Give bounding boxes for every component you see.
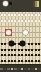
black-territory-mark bbox=[31, 49, 33, 51]
black-stone bbox=[20, 41, 25, 46]
black-territory-mark bbox=[4, 60, 6, 62]
black-territory-mark bbox=[18, 60, 20, 62]
black-territory-mark bbox=[21, 49, 23, 51]
white-stone-icon bbox=[3, 1, 8, 6]
white-territory-mark bbox=[38, 20, 40, 22]
black-territory-mark bbox=[4, 49, 6, 51]
black-territory-mark bbox=[28, 43, 30, 45]
black-territory-mark bbox=[1, 60, 3, 62]
white-territory-mark bbox=[28, 20, 30, 22]
black-territory-mark bbox=[8, 54, 10, 56]
white-territory-mark bbox=[21, 14, 23, 16]
toolbar-tile[interactable] bbox=[18, 68, 21, 71]
white-territory-mark bbox=[25, 20, 27, 22]
white-territory-mark bbox=[28, 14, 30, 16]
black-territory-mark bbox=[18, 49, 20, 51]
black-territory-mark bbox=[38, 54, 40, 56]
toolbar-tile[interactable] bbox=[11, 68, 14, 71]
white-territory-mark bbox=[4, 14, 6, 16]
white-territory-mark bbox=[35, 20, 37, 22]
white-territory-mark bbox=[38, 14, 40, 16]
white-territory-mark bbox=[14, 20, 16, 22]
black-territory-mark bbox=[14, 43, 16, 45]
toolbar-tile[interactable] bbox=[4, 68, 7, 71]
black-territory-mark bbox=[4, 43, 6, 45]
black-territory-mark bbox=[8, 49, 10, 51]
white-territory-mark bbox=[31, 20, 33, 22]
white-territory-mark bbox=[1, 14, 3, 16]
white-territory-mark bbox=[18, 14, 20, 16]
black-territory-mark bbox=[1, 43, 3, 45]
black-territory-mark bbox=[38, 43, 40, 45]
black-territory-mark bbox=[28, 60, 30, 62]
black-territory-mark bbox=[25, 54, 27, 56]
black-territory-mark bbox=[1, 49, 3, 51]
black-territory-mark bbox=[31, 60, 33, 62]
black-territory-mark bbox=[11, 49, 13, 51]
black-territory-mark bbox=[14, 54, 16, 56]
toolbar-tile[interactable] bbox=[24, 68, 27, 71]
board-intersection[interactable] bbox=[21, 41, 24, 47]
white-territory-mark bbox=[4, 20, 6, 22]
black-territory-mark bbox=[35, 49, 37, 51]
white-stone bbox=[6, 30, 11, 35]
black-territory-mark bbox=[18, 54, 20, 56]
black-territory-mark bbox=[11, 60, 13, 62]
black-territory-mark bbox=[35, 54, 37, 56]
black-territory-mark bbox=[21, 54, 23, 56]
board-intersection[interactable] bbox=[24, 29, 27, 35]
toolbar-tile[interactable] bbox=[31, 68, 34, 71]
white-stone bbox=[23, 30, 28, 35]
toolbar-tile[interactable] bbox=[21, 68, 24, 71]
black-territory-mark bbox=[11, 54, 13, 56]
white-territory-mark bbox=[35, 14, 37, 16]
black-territory-mark bbox=[14, 60, 16, 62]
cup-icon[interactable] bbox=[19, 1, 22, 6]
white-territory-mark bbox=[11, 14, 13, 16]
toolbar-tile[interactable] bbox=[7, 68, 10, 71]
toolbar-tile[interactable] bbox=[14, 68, 17, 71]
white-territory-mark bbox=[8, 14, 10, 16]
white-territory-mark bbox=[18, 20, 20, 22]
black-territory-mark bbox=[25, 60, 27, 62]
white-territory-mark bbox=[8, 20, 10, 22]
book-icon-pages bbox=[37, 1, 39, 7]
white-territory-mark bbox=[31, 14, 33, 16]
toolbar-tile[interactable] bbox=[28, 68, 31, 71]
black-territory-mark bbox=[31, 43, 33, 45]
white-territory-mark bbox=[25, 14, 27, 16]
black-territory-mark bbox=[14, 49, 16, 51]
white-territory-mark bbox=[1, 20, 3, 22]
black-territory-mark bbox=[28, 54, 30, 56]
black-territory-mark bbox=[31, 54, 33, 56]
black-stone-icon bbox=[9, 2, 12, 5]
black-territory-mark bbox=[28, 49, 30, 51]
bottom-toolbar bbox=[0, 64, 41, 72]
toolbar-tile[interactable] bbox=[38, 68, 41, 71]
white-territory-mark bbox=[21, 20, 23, 22]
black-territory-mark bbox=[38, 60, 40, 62]
toolbar-tile[interactable] bbox=[0, 68, 3, 71]
black-territory-mark bbox=[1, 54, 3, 56]
toolbar-tile[interactable] bbox=[35, 68, 38, 71]
black-territory-mark bbox=[38, 49, 40, 51]
black-territory-mark bbox=[21, 60, 23, 62]
board-intersection[interactable] bbox=[7, 29, 10, 35]
black-territory-mark bbox=[25, 49, 27, 51]
black-territory-mark bbox=[35, 43, 37, 45]
black-territory-mark bbox=[8, 60, 10, 62]
go-app-screen bbox=[0, 0, 41, 72]
book-icon[interactable] bbox=[33, 1, 39, 7]
white-territory-mark bbox=[11, 20, 13, 22]
black-territory-mark bbox=[4, 54, 6, 56]
white-territory-mark bbox=[14, 14, 16, 16]
go-board[interactable] bbox=[0, 12, 41, 64]
black-territory-mark bbox=[35, 60, 37, 62]
